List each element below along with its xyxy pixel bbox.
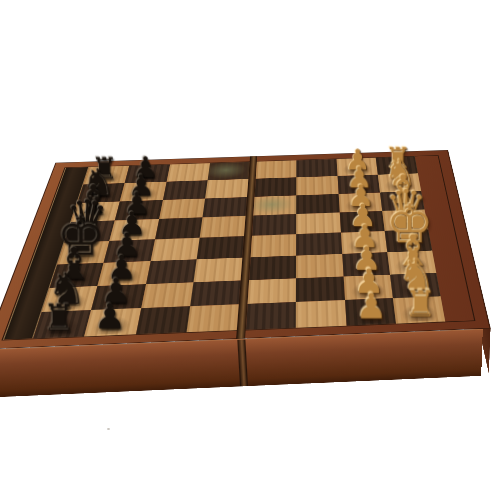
folding-chessboard-box: ♜♟♟♜♞♟♟♞♝♟♟♝♛♟♟♛♚♟♟♚♝♟♟♝♞♟♟♞♜♟♟♜ [0,150,491,349]
black-rook[interactable]: ♜ [43,300,76,337]
square-h7[interactable]: ♟ [84,308,140,336]
square-b6[interactable] [163,180,208,200]
square-d4[interactable] [252,214,296,236]
square-c6[interactable] [159,198,205,219]
board-frame: ♜♟♟♜♞♟♟♞♝♟♟♝♛♟♟♛♚♟♟♚♝♟♟♝♞♟♟♞♜♟♟♜ [0,150,491,349]
square-h8[interactable]: ♜ [33,310,91,338]
square-g4[interactable] [248,278,297,304]
square-d5[interactable] [199,216,245,238]
square-g6[interactable] [141,282,194,308]
square-a3[interactable] [297,159,338,177]
square-f5[interactable] [193,258,242,283]
square-g5[interactable] [190,280,241,306]
square-b4[interactable] [255,177,297,196]
square-c5[interactable] [202,197,247,218]
square-e4[interactable] [251,234,297,257]
square-h5[interactable] [186,304,238,332]
square-h3[interactable] [296,300,346,328]
square-f3[interactable] [296,254,343,278]
square-a5[interactable] [207,162,249,180]
square-c4[interactable] [253,195,296,215]
black-pawn[interactable]: ♟ [94,299,126,334]
square-a6[interactable] [166,163,210,182]
hinge-seam-front [237,340,248,387]
square-f4[interactable] [249,256,296,280]
square-c3[interactable] [296,194,339,214]
white-pawn[interactable]: ♟ [355,289,386,324]
square-e5[interactable] [196,236,244,259]
square-f6[interactable] [146,259,197,284]
square-h6[interactable] [135,306,189,334]
photo-scene: ♜♟♟♜♞♟♟♞♝♟♟♝♛♟♟♛♚♟♟♚♝♟♟♝♞♟♟♞♜♟♟♜ [26,56,474,476]
white-rook[interactable]: ♜ [404,285,436,321]
square-h2[interactable]: ♟ [345,298,396,325]
square-d3[interactable] [296,213,340,235]
play-area: ♜♟♟♜♞♟♟♞♝♟♟♝♛♟♟♛♚♟♟♚♝♟♟♝♞♟♟♞♜♟♟♜ [3,156,474,340]
square-a4[interactable] [256,160,297,178]
square-g3[interactable] [296,276,344,302]
square-e6[interactable] [150,238,199,261]
square-d6[interactable] [155,218,203,240]
square-b3[interactable] [296,176,338,195]
square-e3[interactable] [296,233,341,256]
square-h4[interactable] [246,302,296,330]
square-b5[interactable] [205,179,249,198]
